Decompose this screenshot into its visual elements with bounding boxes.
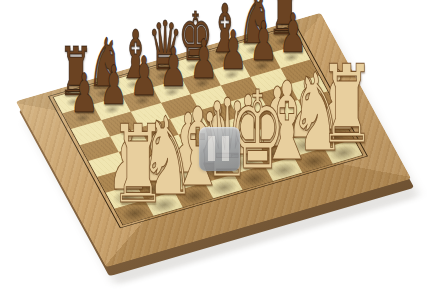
- square-h1: ♜: [324, 139, 363, 164]
- product-photo: ♜♞♝♛♚♝♞♜♟♟♟♟♟♟♟♟♟♟♟♟♟♟♟♟♜♞♝♛♚♝♞♜: [0, 0, 442, 300]
- white-rook: ♜: [310, 51, 384, 159]
- watermark-glyph: [199, 136, 240, 162]
- watermark-overlay: [199, 127, 240, 171]
